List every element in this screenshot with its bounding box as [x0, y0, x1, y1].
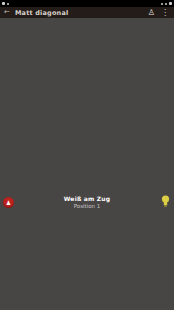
- screen: ← Matt diagonal ♙ ⋮ ♟ Weiß am Zug Positi…: [0, 0, 174, 310]
- page-title: Matt diagonal: [15, 9, 69, 17]
- back-button[interactable]: ←: [4, 7, 10, 18]
- battery-icon: [169, 2, 172, 5]
- status-icons-left: [2, 2, 9, 5]
- chess-board[interactable]: [0, 18, 174, 192]
- bottom-panel: ♟ Weiß am Zug Position 1: [0, 192, 174, 310]
- app-bar: ← Matt diagonal ♙ ⋮: [0, 7, 174, 18]
- notification-icon: [2, 2, 5, 5]
- silent-icon: [7, 3, 9, 5]
- pawn-icon[interactable]: ♙: [148, 7, 155, 18]
- overflow-menu-button[interactable]: ⋮: [161, 7, 169, 18]
- turn-label: Weiß am Zug: [0, 195, 174, 202]
- wifi-icon: [165, 3, 167, 5]
- status-icons-right: [161, 2, 172, 5]
- status-bar: [0, 0, 174, 7]
- position-label: Position 1: [0, 203, 174, 209]
- signal-icon: [161, 3, 163, 5]
- hint-bulb-button[interactable]: [161, 195, 170, 208]
- panel-text: Weiß am Zug Position 1: [0, 195, 174, 209]
